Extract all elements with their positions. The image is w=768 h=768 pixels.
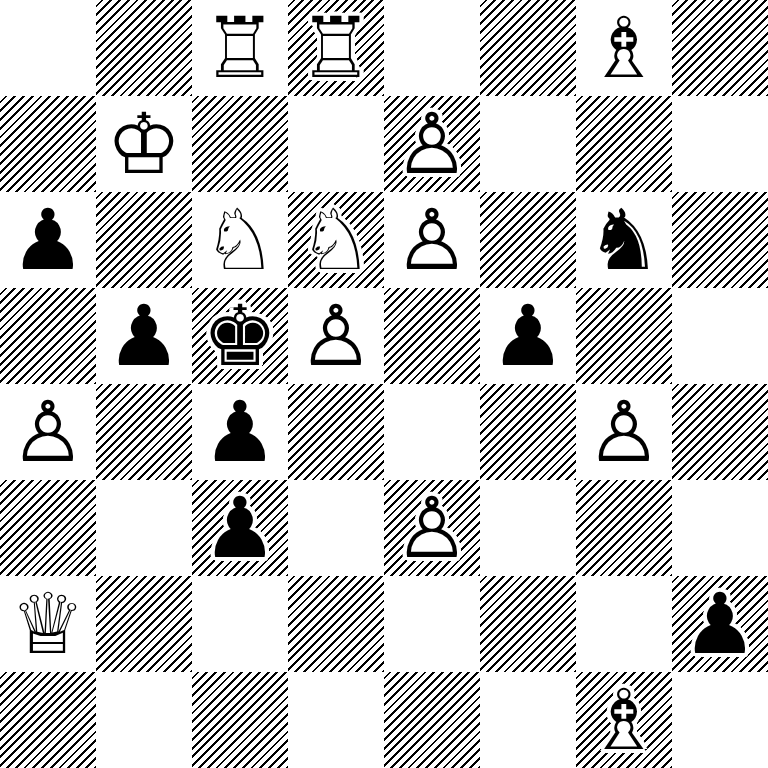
square-d4[interactable]: [288, 384, 384, 480]
square-f8[interactable]: [480, 0, 576, 96]
white-king-icon: ♔: [96, 96, 192, 192]
square-h2[interactable]: ♟♟: [672, 576, 768, 672]
square-b5[interactable]: ♟♟: [96, 288, 192, 384]
piece-white-bishop[interactable]: ♝♗: [576, 0, 672, 96]
square-b7[interactable]: ♚♔: [96, 96, 192, 192]
square-c5[interactable]: ♚♚: [192, 288, 288, 384]
square-a5[interactable]: [0, 288, 96, 384]
square-f2[interactable]: [480, 576, 576, 672]
square-c6[interactable]: ♞♘: [192, 192, 288, 288]
square-a8[interactable]: [0, 0, 96, 96]
square-f1[interactable]: [480, 672, 576, 768]
square-b8[interactable]: [96, 0, 192, 96]
piece-white-pawn[interactable]: ♟♙: [384, 96, 480, 192]
white-pawn-icon: ♙: [384, 96, 480, 192]
square-h7[interactable]: [672, 96, 768, 192]
square-c8[interactable]: ♜♖: [192, 0, 288, 96]
white-bishop-icon: ♗: [576, 0, 672, 96]
square-f7[interactable]: [480, 96, 576, 192]
square-c7[interactable]: [192, 96, 288, 192]
white-pawn-icon: ♙: [576, 384, 672, 480]
square-e5[interactable]: [384, 288, 480, 384]
square-c1[interactable]: [192, 672, 288, 768]
white-bishop-icon: ♗: [576, 672, 672, 768]
piece-white-rook[interactable]: ♜♖: [288, 0, 384, 96]
piece-white-rook[interactable]: ♜♖: [192, 0, 288, 96]
square-c4[interactable]: ♟♟: [192, 384, 288, 480]
piece-white-pawn[interactable]: ♟♙: [384, 192, 480, 288]
square-g3[interactable]: [576, 480, 672, 576]
square-f4[interactable]: [480, 384, 576, 480]
square-g7[interactable]: [576, 96, 672, 192]
piece-black-pawn[interactable]: ♟♟: [192, 384, 288, 480]
square-f3[interactable]: [480, 480, 576, 576]
square-h1[interactable]: [672, 672, 768, 768]
square-g2[interactable]: [576, 576, 672, 672]
piece-white-pawn[interactable]: ♟♙: [0, 384, 96, 480]
white-pawn-icon: ♙: [0, 384, 96, 480]
square-a7[interactable]: [0, 96, 96, 192]
square-e8[interactable]: [384, 0, 480, 96]
white-pawn-icon: ♙: [384, 480, 480, 576]
piece-white-king[interactable]: ♚♔: [96, 96, 192, 192]
black-pawn-icon: ♟: [672, 576, 768, 672]
white-knight-icon: ♘: [192, 192, 288, 288]
square-e4[interactable]: [384, 384, 480, 480]
chess-board: ♜♖♜♖♝♗♚♔♟♙♟♟♞♘♞♘♟♙♞♞♟♟♚♚♟♙♟♟♟♙♟♟♟♙♟♟♟♙♛♕…: [0, 0, 768, 768]
piece-black-pawn[interactable]: ♟♟: [672, 576, 768, 672]
square-e2[interactable]: [384, 576, 480, 672]
square-h3[interactable]: [672, 480, 768, 576]
black-pawn-icon: ♟: [192, 480, 288, 576]
square-h8[interactable]: [672, 0, 768, 96]
square-a2[interactable]: ♛♕: [0, 576, 96, 672]
square-d3[interactable]: [288, 480, 384, 576]
piece-black-king[interactable]: ♚♚: [192, 288, 288, 384]
white-pawn-icon: ♙: [384, 192, 480, 288]
square-d5[interactable]: ♟♙: [288, 288, 384, 384]
square-a3[interactable]: [0, 480, 96, 576]
square-d7[interactable]: [288, 96, 384, 192]
black-king-icon: ♚: [192, 288, 288, 384]
square-b3[interactable]: [96, 480, 192, 576]
square-d1[interactable]: [288, 672, 384, 768]
piece-black-pawn[interactable]: ♟♟: [96, 288, 192, 384]
square-e3[interactable]: ♟♙: [384, 480, 480, 576]
square-b2[interactable]: [96, 576, 192, 672]
square-g6[interactable]: ♞♞: [576, 192, 672, 288]
black-pawn-icon: ♟: [0, 192, 96, 288]
piece-white-queen[interactable]: ♛♕: [0, 576, 96, 672]
square-a4[interactable]: ♟♙: [0, 384, 96, 480]
black-pawn-icon: ♟: [192, 384, 288, 480]
white-rook-icon: ♖: [192, 0, 288, 96]
square-e1[interactable]: [384, 672, 480, 768]
piece-white-pawn[interactable]: ♟♙: [576, 384, 672, 480]
square-a6[interactable]: ♟♟: [0, 192, 96, 288]
square-b1[interactable]: [96, 672, 192, 768]
piece-white-knight[interactable]: ♞♘: [192, 192, 288, 288]
piece-white-pawn[interactable]: ♟♙: [384, 480, 480, 576]
square-c3[interactable]: ♟♟: [192, 480, 288, 576]
square-f5[interactable]: ♟♟: [480, 288, 576, 384]
black-pawn-icon: ♟: [96, 288, 192, 384]
square-a1[interactable]: [0, 672, 96, 768]
white-queen-icon: ♕: [0, 576, 96, 672]
piece-white-knight[interactable]: ♞♘: [288, 192, 384, 288]
square-b4[interactable]: [96, 384, 192, 480]
square-c2[interactable]: [192, 576, 288, 672]
square-e7[interactable]: ♟♙: [384, 96, 480, 192]
square-g4[interactable]: ♟♙: [576, 384, 672, 480]
square-g1[interactable]: ♝♗: [576, 672, 672, 768]
square-g8[interactable]: ♝♗: [576, 0, 672, 96]
square-d8[interactable]: ♜♖: [288, 0, 384, 96]
black-pawn-icon: ♟: [480, 288, 576, 384]
piece-black-pawn[interactable]: ♟♟: [0, 192, 96, 288]
square-h4[interactable]: [672, 384, 768, 480]
square-d2[interactable]: [288, 576, 384, 672]
black-knight-icon: ♞: [576, 192, 672, 288]
square-d6[interactable]: ♞♘: [288, 192, 384, 288]
white-knight-icon: ♘: [288, 192, 384, 288]
piece-white-pawn[interactable]: ♟♙: [288, 288, 384, 384]
square-h6[interactable]: [672, 192, 768, 288]
piece-black-pawn[interactable]: ♟♟: [480, 288, 576, 384]
white-rook-icon: ♖: [288, 0, 384, 96]
piece-black-pawn[interactable]: ♟♟: [192, 480, 288, 576]
square-h5[interactable]: [672, 288, 768, 384]
square-e6[interactable]: ♟♙: [384, 192, 480, 288]
square-f6[interactable]: [480, 192, 576, 288]
square-g5[interactable]: [576, 288, 672, 384]
square-b6[interactable]: [96, 192, 192, 288]
piece-black-knight[interactable]: ♞♞: [576, 192, 672, 288]
white-pawn-icon: ♙: [288, 288, 384, 384]
piece-white-bishop[interactable]: ♝♗: [576, 672, 672, 768]
